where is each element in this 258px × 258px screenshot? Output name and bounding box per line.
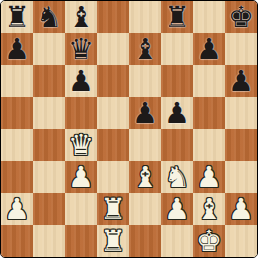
square-e6[interactable] xyxy=(129,65,161,97)
square-c4[interactable]: ♛ xyxy=(65,129,97,161)
square-a3[interactable] xyxy=(1,161,33,193)
square-b2[interactable] xyxy=(33,193,65,225)
square-g7[interactable]: ♟ xyxy=(193,33,225,65)
white-bishop[interactable]: ♝ xyxy=(132,161,158,193)
square-g2[interactable]: ♝ xyxy=(193,193,225,225)
square-h1[interactable] xyxy=(225,225,257,257)
white-queen[interactable]: ♛ xyxy=(68,129,94,161)
square-f3[interactable]: ♞ xyxy=(161,161,193,193)
square-a1[interactable] xyxy=(1,225,33,257)
black-bishop[interactable]: ♝ xyxy=(132,33,158,65)
square-e5[interactable]: ♟ xyxy=(129,97,161,129)
square-f4[interactable] xyxy=(161,129,193,161)
white-pawn[interactable]: ♟ xyxy=(4,193,30,225)
square-c8[interactable]: ♝ xyxy=(65,1,97,33)
square-f5[interactable]: ♟ xyxy=(161,97,193,129)
square-b1[interactable] xyxy=(33,225,65,257)
square-d7[interactable] xyxy=(97,33,129,65)
square-f8[interactable]: ♜ xyxy=(161,1,193,33)
square-d6[interactable] xyxy=(97,65,129,97)
square-g4[interactable] xyxy=(193,129,225,161)
square-a7[interactable]: ♟ xyxy=(1,33,33,65)
square-b5[interactable] xyxy=(33,97,65,129)
square-h8[interactable]: ♚ xyxy=(225,1,257,33)
square-d1[interactable]: ♜ xyxy=(97,225,129,257)
square-f1[interactable] xyxy=(161,225,193,257)
square-d2[interactable]: ♜ xyxy=(97,193,129,225)
black-pawn[interactable]: ♟ xyxy=(132,97,158,129)
black-pawn[interactable]: ♟ xyxy=(228,65,254,97)
square-f7[interactable] xyxy=(161,33,193,65)
white-pawn[interactable]: ♟ xyxy=(228,193,254,225)
square-b7[interactable] xyxy=(33,33,65,65)
square-h6[interactable]: ♟ xyxy=(225,65,257,97)
square-a4[interactable] xyxy=(1,129,33,161)
chess-board-wrapper: ♜♞♝♜♚♟♛♝♟♟♟♟♟♛♟♝♞♟♟♜♟♝♟♜♚ xyxy=(0,0,258,258)
white-king[interactable]: ♚ xyxy=(196,225,222,257)
square-h3[interactable] xyxy=(225,161,257,193)
square-g1[interactable]: ♚ xyxy=(193,225,225,257)
square-c6[interactable]: ♟ xyxy=(65,65,97,97)
black-pawn[interactable]: ♟ xyxy=(164,97,190,129)
black-pawn[interactable]: ♟ xyxy=(196,33,222,65)
square-e1[interactable] xyxy=(129,225,161,257)
square-a6[interactable] xyxy=(1,65,33,97)
square-d3[interactable] xyxy=(97,161,129,193)
square-h7[interactable] xyxy=(225,33,257,65)
square-c5[interactable] xyxy=(65,97,97,129)
square-g5[interactable] xyxy=(193,97,225,129)
square-e3[interactable]: ♝ xyxy=(129,161,161,193)
square-b6[interactable] xyxy=(33,65,65,97)
square-g3[interactable]: ♟ xyxy=(193,161,225,193)
black-bishop[interactable]: ♝ xyxy=(68,1,94,33)
square-a5[interactable] xyxy=(1,97,33,129)
square-b4[interactable] xyxy=(33,129,65,161)
white-rook[interactable]: ♜ xyxy=(100,225,126,257)
white-pawn[interactable]: ♟ xyxy=(68,161,94,193)
black-queen[interactable]: ♛ xyxy=(68,33,94,65)
square-c1[interactable] xyxy=(65,225,97,257)
square-e7[interactable]: ♝ xyxy=(129,33,161,65)
square-h4[interactable] xyxy=(225,129,257,161)
square-h5[interactable] xyxy=(225,97,257,129)
square-c7[interactable]: ♛ xyxy=(65,33,97,65)
square-h2[interactable]: ♟ xyxy=(225,193,257,225)
square-b3[interactable] xyxy=(33,161,65,193)
chess-board: ♜♞♝♜♚♟♛♝♟♟♟♟♟♛♟♝♞♟♟♜♟♝♟♜♚ xyxy=(0,0,258,258)
black-pawn[interactable]: ♟ xyxy=(4,33,30,65)
black-rook[interactable]: ♜ xyxy=(4,1,30,33)
white-bishop[interactable]: ♝ xyxy=(196,193,222,225)
square-e4[interactable] xyxy=(129,129,161,161)
square-d8[interactable] xyxy=(97,1,129,33)
black-pawn[interactable]: ♟ xyxy=(68,65,94,97)
square-a8[interactable]: ♜ xyxy=(1,1,33,33)
square-e8[interactable] xyxy=(129,1,161,33)
white-rook[interactable]: ♜ xyxy=(100,193,126,225)
square-a2[interactable]: ♟ xyxy=(1,193,33,225)
square-d5[interactable] xyxy=(97,97,129,129)
white-pawn[interactable]: ♟ xyxy=(164,193,190,225)
square-c3[interactable]: ♟ xyxy=(65,161,97,193)
black-knight[interactable]: ♞ xyxy=(36,1,62,33)
black-king[interactable]: ♚ xyxy=(228,1,254,33)
white-pawn[interactable]: ♟ xyxy=(196,161,222,193)
square-c2[interactable] xyxy=(65,193,97,225)
square-f2[interactable]: ♟ xyxy=(161,193,193,225)
black-rook[interactable]: ♜ xyxy=(164,1,190,33)
square-g8[interactable] xyxy=(193,1,225,33)
square-e2[interactable] xyxy=(129,193,161,225)
square-g6[interactable] xyxy=(193,65,225,97)
white-knight[interactable]: ♞ xyxy=(164,161,190,193)
square-f6[interactable] xyxy=(161,65,193,97)
square-d4[interactable] xyxy=(97,129,129,161)
square-b8[interactable]: ♞ xyxy=(33,1,65,33)
